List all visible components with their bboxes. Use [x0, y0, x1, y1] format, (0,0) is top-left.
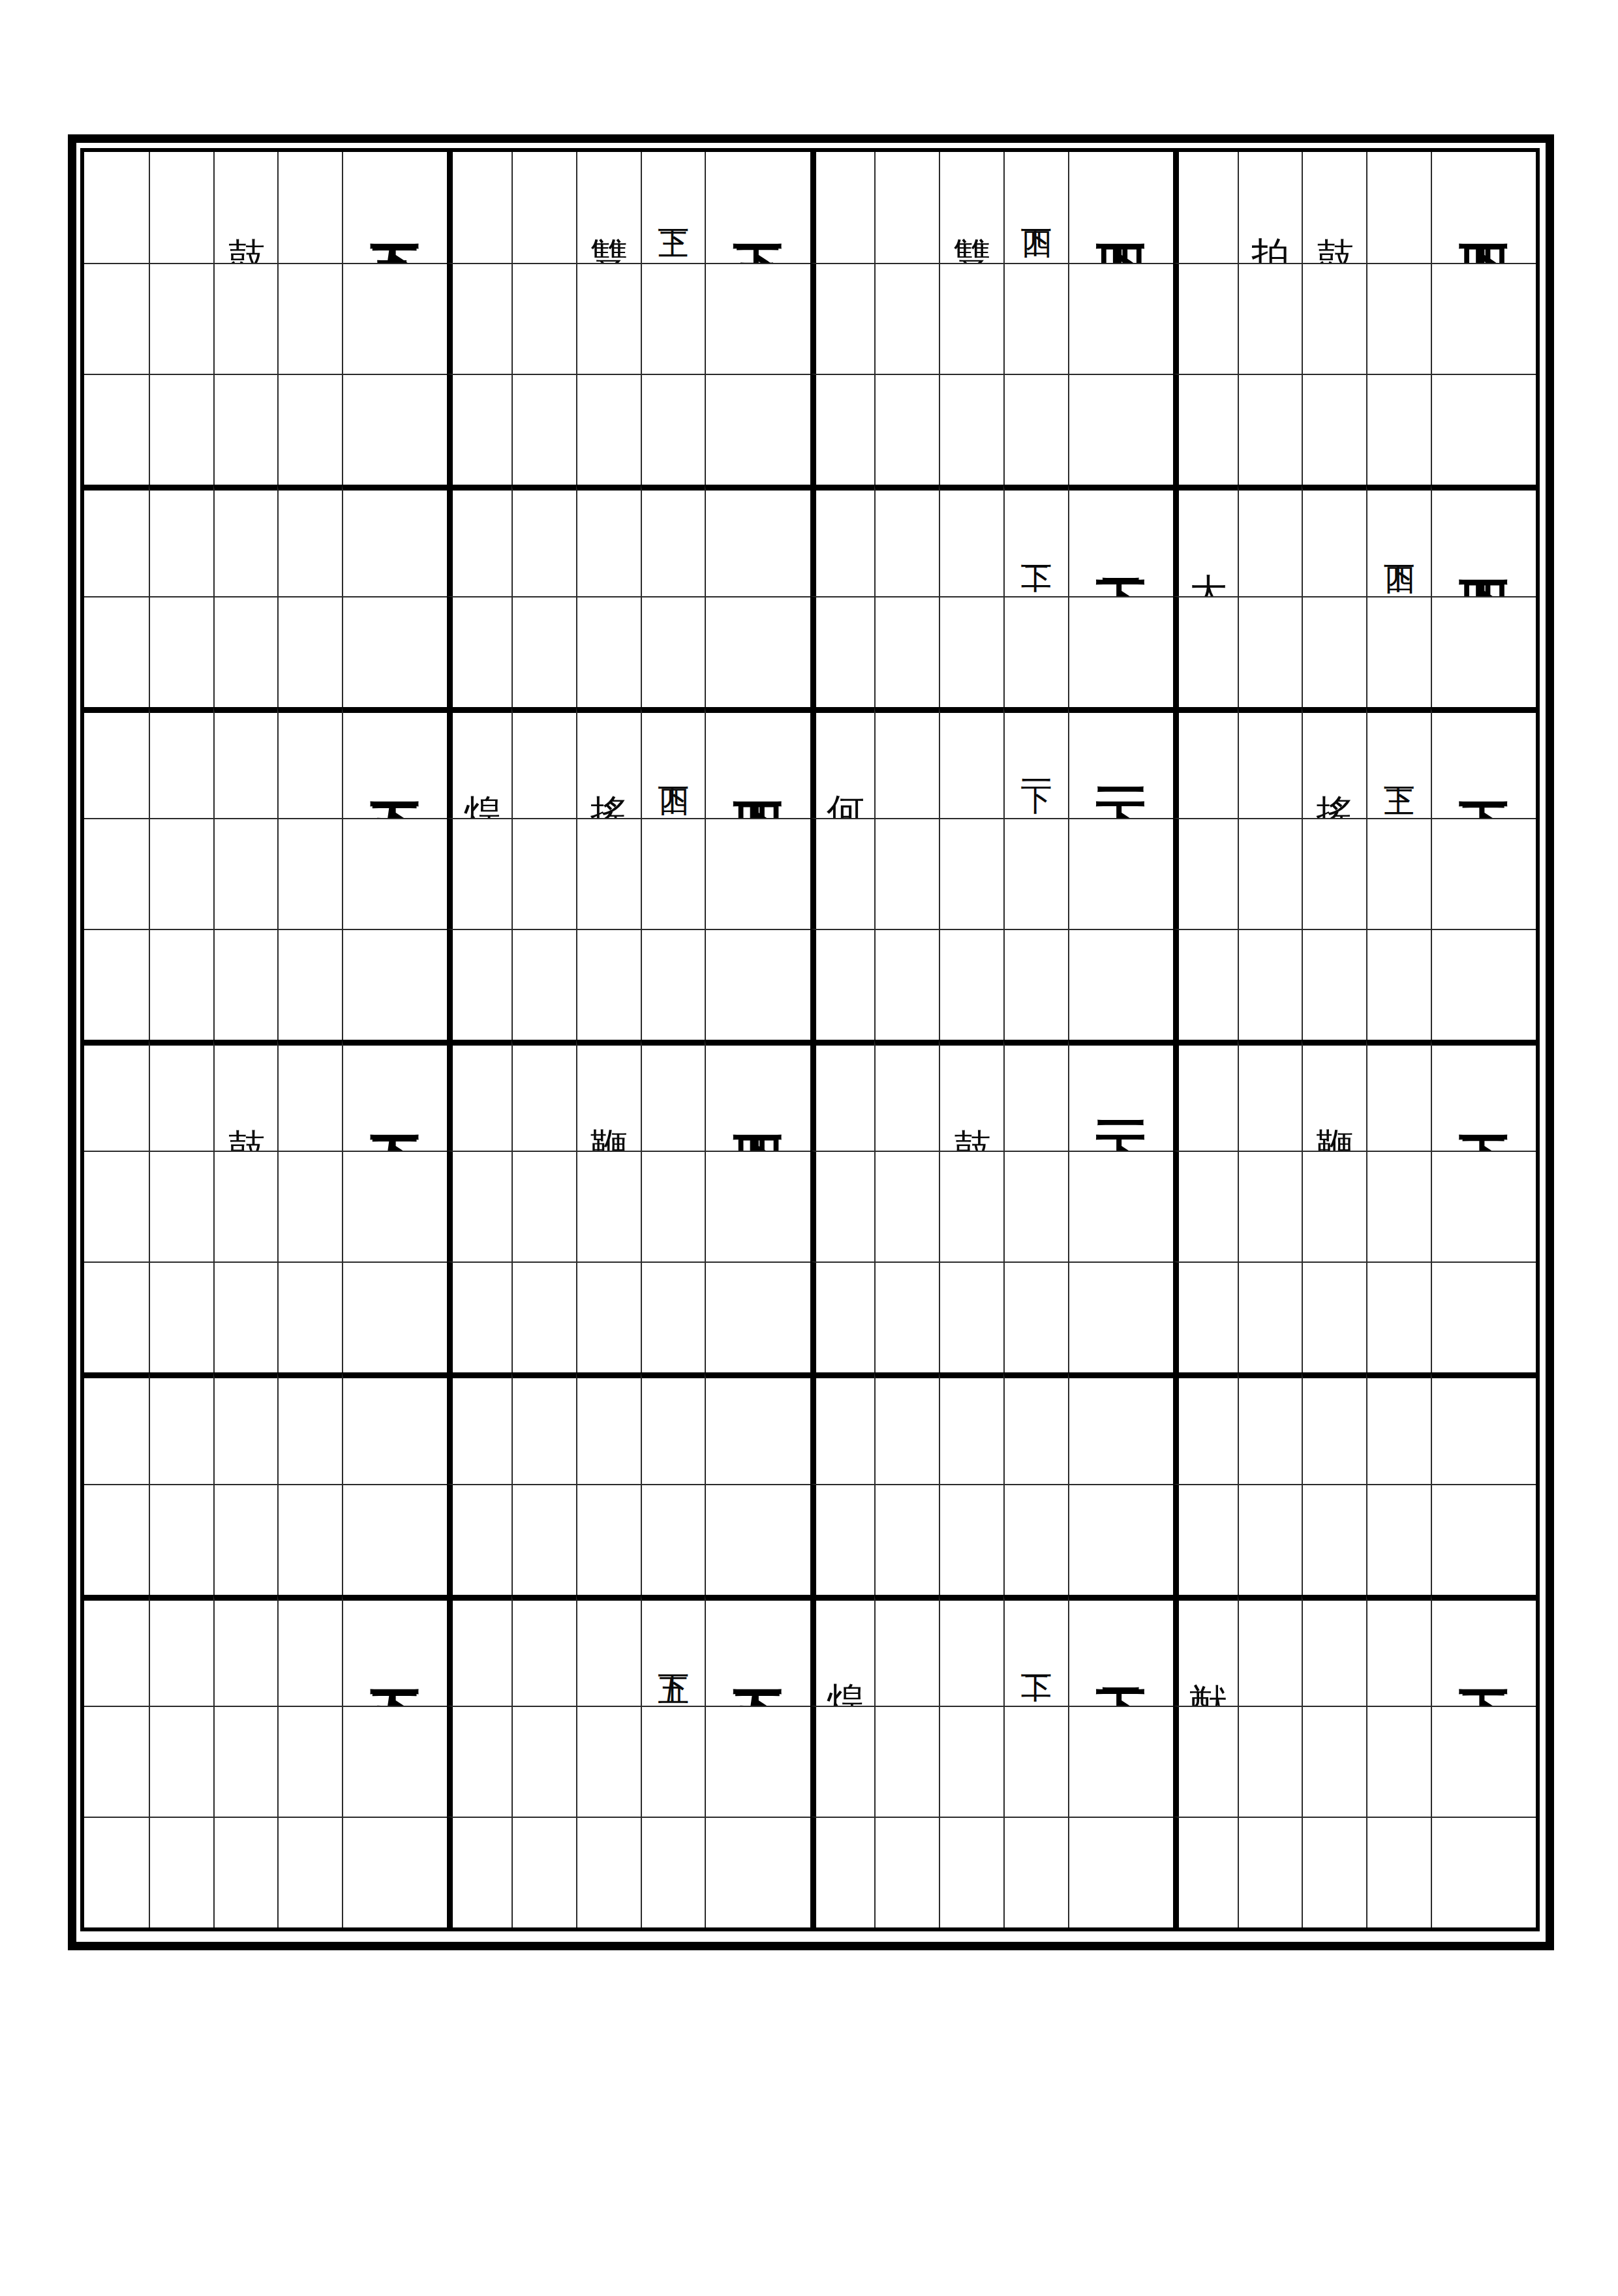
cell-r10c10 — [705, 1151, 810, 1261]
note-large: 下五 — [370, 1652, 421, 1654]
cell-r2c20 — [1431, 263, 1536, 374]
cell-r11c7 — [511, 1261, 576, 1372]
cell-r2c7 — [511, 263, 576, 374]
cell-r2c9 — [641, 263, 705, 374]
note-small: 下三 — [1382, 763, 1415, 768]
note-large: 下五 — [370, 206, 421, 209]
cell-r4c14: 下二 — [1003, 485, 1068, 596]
cell-r15c15 — [1068, 1706, 1173, 1817]
cell-r8c17 — [1238, 929, 1302, 1040]
cell-r8c11 — [810, 929, 875, 1040]
note-small: 下一 — [1020, 763, 1052, 768]
cell-r15c9 — [641, 1706, 705, 1817]
cell-r5c16 — [1173, 596, 1238, 707]
cell-r5c15 — [1068, 596, 1173, 707]
cell-r2c5 — [342, 263, 447, 374]
cell-r8c15 — [1068, 929, 1173, 1040]
cell-r4c12 — [874, 485, 939, 596]
cell-r7c11 — [810, 818, 875, 929]
cell-r14c14: 下二 — [1003, 1595, 1068, 1706]
cell-r8c12 — [874, 929, 939, 1040]
cell-r1c19 — [1366, 152, 1431, 263]
cell-r9c6 — [447, 1040, 511, 1151]
cell-r12c7 — [511, 1372, 576, 1483]
cell-r16c2 — [149, 1817, 213, 1927]
cell-r14c13 — [939, 1595, 1003, 1706]
cell-r6c19: 下三 — [1366, 707, 1431, 818]
cell-r3c5 — [342, 374, 447, 485]
cell-r8c16 — [1173, 929, 1238, 1040]
cell-r4c7 — [511, 485, 576, 596]
cell-r16c7 — [511, 1817, 576, 1927]
cell-r14c18 — [1302, 1595, 1366, 1706]
cell-r1c2 — [149, 152, 213, 263]
cell-r16c17 — [1238, 1817, 1302, 1927]
cell-r7c6 — [447, 818, 511, 929]
cell-r14c8 — [576, 1595, 641, 1706]
cell-r9c8: 鞭 — [576, 1040, 641, 1151]
cell-r9c17 — [1238, 1040, 1302, 1151]
cell-r13c14 — [1003, 1484, 1068, 1595]
cell-r10c1 — [84, 1151, 149, 1261]
cell-r11c17 — [1238, 1261, 1302, 1372]
cell-r15c10 — [705, 1706, 810, 1817]
cell-r2c17 — [1238, 263, 1302, 374]
note-large: 下四 — [733, 1097, 784, 1100]
cell-r11c12 — [874, 1261, 939, 1372]
cell-r13c8 — [576, 1484, 641, 1595]
cell-r1c18: 鼓 — [1302, 152, 1366, 263]
cell-r6c1 — [84, 707, 149, 818]
cell-r9c18: 鞭 — [1302, 1040, 1366, 1151]
cell-r11c13 — [939, 1261, 1003, 1372]
cell-r13c4 — [277, 1484, 342, 1595]
cell-r16c19 — [1366, 1817, 1431, 1927]
cell-r5c12 — [874, 596, 939, 707]
cell-r12c17 — [1238, 1372, 1302, 1483]
cell-r5c18 — [1302, 596, 1366, 707]
cell-r3c9 — [641, 374, 705, 485]
cell-r11c4 — [277, 1261, 342, 1372]
cell-r11c9 — [641, 1261, 705, 1372]
cell-r4c5 — [342, 485, 447, 596]
cell-r14c2 — [149, 1595, 213, 1706]
cell-r16c6 — [447, 1817, 511, 1927]
cell-r3c4 — [277, 374, 342, 485]
cell-r3c8 — [576, 374, 641, 485]
cell-r13c16 — [1173, 1484, 1238, 1595]
note-small: 下二 — [1020, 541, 1052, 546]
cell-r11c20 — [1431, 1261, 1536, 1372]
cell-r7c13 — [939, 818, 1003, 929]
cell-r11c5 — [342, 1261, 447, 1372]
cell-r4c17 — [1238, 485, 1302, 596]
cell-r10c9 — [641, 1151, 705, 1261]
cell-r1c11 — [810, 152, 875, 263]
cell-r9c16 — [1173, 1040, 1238, 1151]
cell-r11c2 — [149, 1261, 213, 1372]
cell-r12c14 — [1003, 1372, 1068, 1483]
cell-r13c20 — [1431, 1484, 1536, 1595]
score-grid: 鼓下五雙下三下三雙下四下四拍鼓下四下二下二大下四下四下五煌搖下四下四何下一下一搖… — [80, 148, 1540, 1931]
cell-r15c7 — [511, 1706, 576, 1817]
cell-r8c20 — [1431, 929, 1536, 1040]
cell-r4c9 — [641, 485, 705, 596]
cell-r5c8 — [576, 596, 641, 707]
cell-r13c12 — [874, 1484, 939, 1595]
cell-r10c19 — [1366, 1151, 1431, 1261]
cell-r14c6 — [447, 1595, 511, 1706]
cell-r6c5: 下五 — [342, 707, 447, 818]
cell-r2c2 — [149, 263, 213, 374]
cell-r12c15 — [1068, 1372, 1173, 1483]
cell-r16c16 — [1173, 1817, 1238, 1927]
cell-r2c14 — [1003, 263, 1068, 374]
cell-r4c6 — [447, 485, 511, 596]
cell-r14c7 — [511, 1595, 576, 1706]
note-large: 下四 — [733, 764, 784, 766]
cell-r3c16 — [1173, 374, 1238, 485]
cell-r14c15: 下二 — [1068, 1595, 1173, 1706]
note-small: 下五 — [657, 1650, 690, 1655]
cell-r14c11: 煌 — [810, 1595, 875, 1706]
cell-r9c11 — [810, 1040, 875, 1151]
cell-r10c5 — [342, 1151, 447, 1261]
cell-r3c18 — [1302, 374, 1366, 485]
cell-r7c1 — [84, 818, 149, 929]
cell-r11c15 — [1068, 1261, 1173, 1372]
cell-r4c10 — [705, 485, 810, 596]
cell-r14c4 — [277, 1595, 342, 1706]
cell-r1c4 — [277, 152, 342, 263]
cell-r4c8 — [576, 485, 641, 596]
cell-r2c3 — [213, 263, 278, 374]
cell-r16c3 — [213, 1817, 278, 1927]
cell-r7c15 — [1068, 818, 1173, 929]
cell-r15c19 — [1366, 1706, 1431, 1817]
cell-r10c4 — [277, 1151, 342, 1261]
cell-r14c20: 下三 — [1431, 1595, 1536, 1706]
cell-r3c2 — [149, 374, 213, 485]
cell-r16c13 — [939, 1817, 1003, 1927]
cell-r9c15: 下一 — [1068, 1040, 1173, 1151]
cell-r4c20: 下四 — [1431, 485, 1536, 596]
cell-r5c6 — [447, 596, 511, 707]
cell-r13c13 — [939, 1484, 1003, 1595]
cell-r8c5 — [342, 929, 447, 1040]
cell-r2c16 — [1173, 263, 1238, 374]
cell-r3c12 — [874, 374, 939, 485]
note-large: 下五 — [370, 1097, 421, 1100]
cell-r13c9 — [641, 1484, 705, 1595]
cell-r5c13 — [939, 596, 1003, 707]
cell-r16c1 — [84, 1817, 149, 1927]
cell-r9c13: 鼓 — [939, 1040, 1003, 1151]
cell-r9c10: 下四 — [705, 1040, 810, 1151]
cell-r2c10 — [705, 263, 810, 374]
cell-r16c11 — [810, 1817, 875, 1927]
cell-r2c13 — [939, 263, 1003, 374]
cell-r7c18 — [1302, 818, 1366, 929]
note-large: 下一 — [1095, 1097, 1146, 1100]
cell-r12c20 — [1431, 1372, 1536, 1483]
cell-r10c18 — [1302, 1151, 1366, 1261]
cell-r6c18: 搖 — [1302, 707, 1366, 818]
cell-r15c16 — [1173, 1706, 1238, 1817]
cell-r8c6 — [447, 929, 511, 1040]
cell-r11c10 — [705, 1261, 810, 1372]
cell-r3c19 — [1366, 374, 1431, 485]
cell-r5c11 — [810, 596, 875, 707]
cell-r7c19 — [1366, 818, 1431, 929]
cell-r12c3 — [213, 1372, 278, 1483]
cell-r16c15 — [1068, 1817, 1173, 1927]
cell-r6c11: 何 — [810, 707, 875, 818]
cell-r13c5 — [342, 1484, 447, 1595]
cell-r6c9: 下四 — [641, 707, 705, 818]
cell-r11c1 — [84, 1261, 149, 1372]
note-large: 下三 — [1459, 1652, 1510, 1654]
cell-r5c5 — [342, 596, 447, 707]
cell-r12c11 — [810, 1372, 875, 1483]
cell-r2c1 — [84, 263, 149, 374]
note-small: 下四 — [1382, 541, 1415, 546]
cell-r6c12 — [874, 707, 939, 818]
cell-r14c10: 下五 — [705, 1595, 810, 1706]
cell-r11c6 — [447, 1261, 511, 1372]
cell-r14c1 — [84, 1595, 149, 1706]
cell-r4c18 — [1302, 485, 1366, 596]
cell-r2c6 — [447, 263, 511, 374]
cell-r8c13 — [939, 929, 1003, 1040]
cell-r9c14 — [1003, 1040, 1068, 1151]
cell-r1c15: 下四 — [1068, 152, 1173, 263]
cell-r11c18 — [1302, 1261, 1366, 1372]
cell-r12c4 — [277, 1372, 342, 1483]
cell-r2c15 — [1068, 263, 1173, 374]
cell-r15c4 — [277, 1706, 342, 1817]
cell-r6c2 — [149, 707, 213, 818]
cell-r15c5 — [342, 1706, 447, 1817]
cell-r15c1 — [84, 1706, 149, 1817]
cell-r6c10: 下四 — [705, 707, 810, 818]
cell-r14c19 — [1366, 1595, 1431, 1706]
cell-r3c13 — [939, 374, 1003, 485]
cell-r13c1 — [84, 1484, 149, 1595]
cell-r14c17 — [1238, 1595, 1302, 1706]
cell-r16c10 — [705, 1817, 810, 1927]
cell-r4c11 — [810, 485, 875, 596]
cell-r10c17 — [1238, 1151, 1302, 1261]
cell-r1c20: 下四 — [1431, 152, 1536, 263]
cell-r5c17 — [1238, 596, 1302, 707]
cell-r12c16 — [1173, 1372, 1238, 1483]
cell-r5c3 — [213, 596, 278, 707]
cell-r10c13 — [939, 1151, 1003, 1261]
cell-r11c11 — [810, 1261, 875, 1372]
cell-r13c6 — [447, 1484, 511, 1595]
cell-r10c20 — [1431, 1151, 1536, 1261]
cell-r10c2 — [149, 1151, 213, 1261]
cell-r7c17 — [1238, 818, 1302, 929]
cell-r3c15 — [1068, 374, 1173, 485]
cell-r5c2 — [149, 596, 213, 707]
note-large: 下五 — [370, 764, 421, 766]
cell-r15c6 — [447, 1706, 511, 1817]
cell-r9c5: 下五 — [342, 1040, 447, 1151]
note-large: 下四 — [1459, 206, 1510, 209]
cell-r6c13 — [939, 707, 1003, 818]
cell-r6c16 — [1173, 707, 1238, 818]
cell-r6c15: 下一 — [1068, 707, 1173, 818]
cell-r8c1 — [84, 929, 149, 1040]
cell-r15c11 — [810, 1706, 875, 1817]
cell-r9c19 — [1366, 1040, 1431, 1151]
cell-r14c12 — [874, 1595, 939, 1706]
cell-r12c1 — [84, 1372, 149, 1483]
cell-r8c9 — [641, 929, 705, 1040]
cell-r7c16 — [1173, 818, 1238, 929]
cell-r7c12 — [874, 818, 939, 929]
cell-r5c7 — [511, 596, 576, 707]
cell-r10c12 — [874, 1151, 939, 1261]
cell-r15c8 — [576, 1706, 641, 1817]
cell-r15c17 — [1238, 1706, 1302, 1817]
cell-r5c19 — [1366, 596, 1431, 707]
cell-r4c3 — [213, 485, 278, 596]
cell-r7c14 — [1003, 818, 1068, 929]
cell-r3c14 — [1003, 374, 1068, 485]
cell-r13c10 — [705, 1484, 810, 1595]
cell-r7c9 — [641, 818, 705, 929]
cell-r6c8: 搖 — [576, 707, 641, 818]
cell-r15c14 — [1003, 1706, 1068, 1817]
cell-r13c2 — [149, 1484, 213, 1595]
cell-r2c11 — [810, 263, 875, 374]
note-small: 下二 — [1020, 1650, 1052, 1655]
cell-r12c5 — [342, 1372, 447, 1483]
note-large: 下四 — [1459, 542, 1510, 545]
cell-r11c16 — [1173, 1261, 1238, 1372]
cell-r8c4 — [277, 929, 342, 1040]
cell-r3c7 — [511, 374, 576, 485]
cell-r1c3: 鼓 — [213, 152, 278, 263]
cell-r14c5: 下五 — [342, 1595, 447, 1706]
note-large: 下三 — [1459, 1097, 1510, 1100]
note-small: 下三 — [657, 205, 690, 210]
cell-r7c10 — [705, 818, 810, 929]
cell-r13c3 — [213, 1484, 278, 1595]
cell-r3c6 — [447, 374, 511, 485]
cell-r1c13: 雙 — [939, 152, 1003, 263]
cell-r5c4 — [277, 596, 342, 707]
cell-r13c17 — [1238, 1484, 1302, 1595]
cell-r8c3 — [213, 929, 278, 1040]
cell-r3c11 — [810, 374, 875, 485]
cell-r12c12 — [874, 1372, 939, 1483]
cell-r6c7 — [511, 707, 576, 818]
cell-r3c20 — [1431, 374, 1536, 485]
cell-r6c6: 煌 — [447, 707, 511, 818]
cell-r13c18 — [1302, 1484, 1366, 1595]
cell-r11c8 — [576, 1261, 641, 1372]
cell-r2c8 — [576, 263, 641, 374]
cell-r6c20: 下三 — [1431, 707, 1536, 818]
cell-r9c7 — [511, 1040, 576, 1151]
cell-r2c4 — [277, 263, 342, 374]
cell-r10c11 — [810, 1151, 875, 1261]
cell-r1c12 — [874, 152, 939, 263]
cell-r15c18 — [1302, 1706, 1366, 1817]
cell-r5c20 — [1431, 596, 1536, 707]
cell-r7c8 — [576, 818, 641, 929]
cell-r12c10 — [705, 1372, 810, 1483]
cell-r15c20 — [1431, 1706, 1536, 1817]
cell-r11c19 — [1366, 1261, 1431, 1372]
cell-r13c19 — [1366, 1484, 1431, 1595]
cell-r10c15 — [1068, 1151, 1173, 1261]
cell-r9c9 — [641, 1040, 705, 1151]
cell-r4c16: 大 — [1173, 485, 1238, 596]
cell-r7c7 — [511, 818, 576, 929]
note-large: 下三 — [1459, 764, 1510, 766]
cell-r10c14 — [1003, 1151, 1068, 1261]
cell-r9c2 — [149, 1040, 213, 1151]
cell-r9c20: 下三 — [1431, 1040, 1536, 1151]
cell-r12c19 — [1366, 1372, 1431, 1483]
cell-r9c3: 鼓 — [213, 1040, 278, 1151]
cell-r15c12 — [874, 1706, 939, 1817]
cell-r13c7 — [511, 1484, 576, 1595]
cell-r8c14 — [1003, 929, 1068, 1040]
cell-r16c4 — [277, 1817, 342, 1927]
cell-r1c1 — [84, 152, 149, 263]
note-small: 下四 — [1020, 205, 1052, 210]
cell-r10c16 — [1173, 1151, 1238, 1261]
cell-r10c7 — [511, 1151, 576, 1261]
cell-r1c10: 下三 — [705, 152, 810, 263]
cell-r4c1 — [84, 485, 149, 596]
cell-r1c17: 拍 — [1238, 152, 1302, 263]
cell-r8c18 — [1302, 929, 1366, 1040]
cell-r8c10 — [705, 929, 810, 1040]
cell-r5c10 — [705, 596, 810, 707]
cell-r3c1 — [84, 374, 149, 485]
cell-r10c3 — [213, 1151, 278, 1261]
cell-r1c6 — [447, 152, 511, 263]
cell-r5c9 — [641, 596, 705, 707]
cell-r7c4 — [277, 818, 342, 929]
cell-r16c8 — [576, 1817, 641, 1927]
cell-r16c5 — [342, 1817, 447, 1927]
cell-r5c14 — [1003, 596, 1068, 707]
note-large: 下四 — [1095, 206, 1146, 209]
cell-r1c16 — [1173, 152, 1238, 263]
cell-r12c6 — [447, 1372, 511, 1483]
cell-r8c2 — [149, 929, 213, 1040]
cell-r11c3 — [213, 1261, 278, 1372]
cell-r12c2 — [149, 1372, 213, 1483]
cell-r14c3 — [213, 1595, 278, 1706]
cell-r1c5: 下五 — [342, 152, 447, 263]
cell-r2c12 — [874, 263, 939, 374]
cell-r1c7 — [511, 152, 576, 263]
cell-r15c2 — [149, 1706, 213, 1817]
cell-r13c15 — [1068, 1484, 1173, 1595]
cell-r16c9 — [641, 1817, 705, 1927]
cell-r8c19 — [1366, 929, 1431, 1040]
note-large: 下一 — [1095, 764, 1146, 766]
